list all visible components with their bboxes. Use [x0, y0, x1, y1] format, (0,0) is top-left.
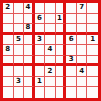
cell-r4c5[interactable]	[45, 35, 56, 46]
cell-r3c5[interactable]	[45, 24, 56, 35]
cell-r2c1[interactable]	[3, 14, 14, 25]
cell-r8c3[interactable]	[24, 77, 35, 88]
cell-r8c2[interactable]: 3	[14, 77, 25, 88]
cell-r9c4[interactable]	[35, 87, 46, 98]
cell-r8c7[interactable]	[66, 77, 77, 88]
cell-r3c2[interactable]	[14, 24, 25, 35]
cell-r3c7[interactable]	[66, 24, 77, 35]
cell-r4c2[interactable]: 5	[14, 35, 25, 46]
cell-r1c2[interactable]	[14, 3, 25, 14]
cell-r1c8[interactable]: 7	[77, 3, 88, 14]
cell-r9c6[interactable]	[56, 87, 67, 98]
cell-r7c1[interactable]	[3, 66, 14, 77]
cell-r7c2[interactable]	[14, 66, 25, 77]
cell-r6c5[interactable]	[45, 56, 56, 67]
cell-r3c6[interactable]	[56, 24, 67, 35]
cell-r7c6[interactable]	[56, 66, 67, 77]
cell-r2c4[interactable]: 6	[35, 14, 46, 25]
cell-r1c4[interactable]	[35, 3, 46, 14]
cell-r8c5[interactable]	[45, 77, 56, 88]
cell-r9c5[interactable]	[45, 87, 56, 98]
cell-r2c6[interactable]: 1	[56, 14, 67, 25]
cell-r1c3[interactable]: 4	[24, 3, 35, 14]
sudoku-board: 24761853618432431	[0, 0, 101, 101]
cell-r2c2[interactable]	[14, 14, 25, 25]
cell-r5c9[interactable]	[87, 45, 98, 56]
cell-r9c9[interactable]	[87, 87, 98, 98]
cell-r5c2[interactable]	[14, 45, 25, 56]
cell-r8c4[interactable]: 1	[35, 77, 46, 88]
cell-r9c2[interactable]	[14, 87, 25, 98]
cell-r1c1[interactable]: 2	[3, 3, 14, 14]
cell-r1c9[interactable]	[87, 3, 98, 14]
cell-r5c5[interactable]: 4	[45, 45, 56, 56]
cell-r8c6[interactable]	[56, 77, 67, 88]
cell-r6c9[interactable]	[87, 56, 98, 67]
cell-r4c3[interactable]	[24, 35, 35, 46]
cell-r6c8[interactable]	[77, 56, 88, 67]
cell-r5c8[interactable]	[77, 45, 88, 56]
cell-r7c8[interactable]: 4	[77, 66, 88, 77]
cell-r8c9[interactable]	[87, 77, 98, 88]
cell-r4c7[interactable]: 6	[66, 35, 77, 46]
cell-r5c4[interactable]	[35, 45, 46, 56]
cell-r1c5[interactable]	[45, 3, 56, 14]
cell-r6c4[interactable]	[35, 56, 46, 67]
cell-r4c6[interactable]	[56, 35, 67, 46]
cell-r2c7[interactable]	[66, 14, 77, 25]
cell-r4c4[interactable]: 3	[35, 35, 46, 46]
cell-r9c8[interactable]	[77, 87, 88, 98]
cell-r9c1[interactable]	[3, 87, 14, 98]
cell-r3c4[interactable]	[35, 24, 46, 35]
cell-r7c9[interactable]	[87, 66, 98, 77]
cell-r6c7[interactable]: 3	[66, 56, 77, 67]
cell-r2c8[interactable]	[77, 14, 88, 25]
cell-r8c8[interactable]	[77, 77, 88, 88]
cell-r2c5[interactable]	[45, 14, 56, 25]
cell-r7c5[interactable]: 2	[45, 66, 56, 77]
cell-r4c1[interactable]	[3, 35, 14, 46]
cell-r9c7[interactable]	[66, 87, 77, 98]
cell-r7c3[interactable]	[24, 66, 35, 77]
cell-r5c3[interactable]	[24, 45, 35, 56]
cell-r2c9[interactable]	[87, 14, 98, 25]
cell-r7c7[interactable]	[66, 66, 77, 77]
cell-r3c8[interactable]	[77, 24, 88, 35]
cell-r6c1[interactable]	[3, 56, 14, 67]
cell-r1c7[interactable]	[66, 3, 77, 14]
cell-r9c3[interactable]	[24, 87, 35, 98]
cell-r8c1[interactable]	[3, 77, 14, 88]
cell-r1c6[interactable]	[56, 3, 67, 14]
cell-r3c9[interactable]	[87, 24, 98, 35]
cell-r6c6[interactable]	[56, 56, 67, 67]
cell-r4c9[interactable]: 1	[87, 35, 98, 46]
cell-r5c6[interactable]	[56, 45, 67, 56]
cell-r5c1[interactable]: 8	[3, 45, 14, 56]
cell-r6c3[interactable]	[24, 56, 35, 67]
cell-r4c8[interactable]	[77, 35, 88, 46]
cell-r7c4[interactable]	[35, 66, 46, 77]
cell-r3c3[interactable]: 8	[24, 24, 35, 35]
cell-r3c1[interactable]	[3, 24, 14, 35]
cell-r6c2[interactable]	[14, 56, 25, 67]
